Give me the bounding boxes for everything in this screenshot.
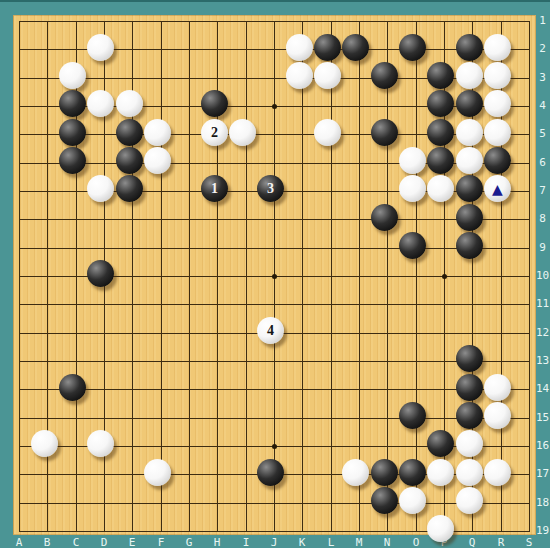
go-board-frame: ABCDEFGHIJKLMNOPQRS123456789101112131415… [0, 0, 550, 548]
stone-black-Q7[interactable] [456, 175, 483, 202]
stone-white-R15[interactable] [484, 402, 511, 429]
stone-black-O9[interactable] [399, 232, 426, 259]
stone-white-Q5[interactable] [456, 119, 483, 146]
column-label-R: R [493, 536, 509, 548]
stone-black-O15[interactable] [399, 402, 426, 429]
stone-white-Q16[interactable] [456, 430, 483, 457]
stone-black-L2[interactable] [314, 34, 341, 61]
row-label-6: 6 [535, 157, 550, 169]
row-label-14: 14 [535, 383, 550, 395]
stone-white-L3[interactable] [314, 62, 341, 89]
column-label-B: B [39, 536, 55, 548]
grid-line-horizontal [19, 389, 530, 390]
row-label-9: 9 [535, 242, 550, 254]
move-number-label: 3 [267, 182, 274, 196]
grid-line-vertical [359, 21, 360, 532]
row-label-1: 1 [535, 15, 550, 27]
stone-white-M17[interactable] [342, 459, 369, 486]
move-number-label: 4 [267, 324, 274, 338]
row-label-15: 15 [535, 412, 550, 424]
stone-white-R5[interactable] [484, 119, 511, 146]
stone-white-R4[interactable] [484, 90, 511, 117]
move-number-label: 1 [211, 182, 218, 196]
stone-white-O18[interactable] [399, 487, 426, 514]
stone-white-R3[interactable] [484, 62, 511, 89]
row-label-16: 16 [535, 440, 550, 452]
stone-white-D4[interactable] [87, 90, 114, 117]
stone-black-Q14[interactable] [456, 374, 483, 401]
row-label-3: 3 [535, 72, 550, 84]
stone-white-Q6[interactable] [456, 147, 483, 174]
stone-black-J17[interactable] [257, 459, 284, 486]
triangle-marker-icon: ▲ [492, 182, 503, 196]
stone-black-Q13[interactable] [456, 345, 483, 372]
row-label-12: 12 [535, 327, 550, 339]
column-label-J: J [266, 536, 282, 548]
row-label-13: 13 [535, 355, 550, 367]
stone-black-C4[interactable] [59, 90, 86, 117]
stone-white-I5[interactable] [229, 119, 256, 146]
stone-black-Q9[interactable] [456, 232, 483, 259]
stone-white-R17[interactable] [484, 459, 511, 486]
stone-white-R14[interactable] [484, 374, 511, 401]
grid-line-vertical [387, 21, 388, 532]
stone-white-B16[interactable] [31, 430, 58, 457]
stone-white-D2[interactable] [87, 34, 114, 61]
star-point [272, 104, 277, 109]
stone-black-O17[interactable] [399, 459, 426, 486]
grid-line-vertical [302, 21, 303, 532]
stone-white-H5[interactable]: 2 [201, 119, 228, 146]
column-label-E: E [124, 536, 140, 548]
grid-line-vertical [529, 21, 530, 532]
column-label-N: N [379, 536, 395, 548]
row-label-10: 10 [535, 270, 550, 282]
row-label-18: 18 [535, 497, 550, 509]
stone-white-Q3[interactable] [456, 62, 483, 89]
stone-black-N18[interactable] [371, 487, 398, 514]
column-label-F: F [153, 536, 169, 548]
column-label-O: O [408, 536, 424, 548]
row-label-5: 5 [535, 128, 550, 140]
stone-white-P7[interactable] [427, 175, 454, 202]
stone-white-Q17[interactable] [456, 459, 483, 486]
stone-white-Q18[interactable] [456, 487, 483, 514]
stone-white-K3[interactable] [286, 62, 313, 89]
stone-black-Q15[interactable] [456, 402, 483, 429]
move-number-label: 2 [211, 126, 218, 140]
stone-white-J12[interactable]: 4 [257, 317, 284, 344]
column-label-D: D [96, 536, 112, 548]
stone-black-P5[interactable] [427, 119, 454, 146]
row-label-11: 11 [535, 298, 550, 310]
stone-black-Q4[interactable] [456, 90, 483, 117]
star-point [442, 274, 447, 279]
stone-black-P16[interactable] [427, 430, 454, 457]
row-label-8: 8 [535, 213, 550, 225]
stone-white-O7[interactable] [399, 175, 426, 202]
column-label-I: I [238, 536, 254, 548]
stone-white-P19[interactable] [427, 515, 454, 542]
stone-black-N17[interactable] [371, 459, 398, 486]
stone-white-F5[interactable] [144, 119, 171, 146]
stone-black-Q2[interactable] [456, 34, 483, 61]
stone-black-E5[interactable] [116, 119, 143, 146]
row-label-19: 19 [535, 525, 550, 537]
stone-white-L5[interactable] [314, 119, 341, 146]
grid-line-vertical [331, 21, 332, 532]
row-label-2: 2 [535, 43, 550, 55]
stone-white-R7[interactable]: ▲ [484, 175, 511, 202]
stone-black-N5[interactable] [371, 119, 398, 146]
grid-line-vertical [416, 21, 417, 532]
column-label-G: G [181, 536, 197, 548]
stone-black-P3[interactable] [427, 62, 454, 89]
stone-black-O2[interactable] [399, 34, 426, 61]
stone-white-O6[interactable] [399, 147, 426, 174]
column-label-S: S [521, 536, 537, 548]
row-label-4: 4 [535, 100, 550, 112]
grid-line-horizontal [19, 503, 530, 504]
stone-black-Q8[interactable] [456, 204, 483, 231]
stone-black-P4[interactable] [427, 90, 454, 117]
stone-black-J7[interactable]: 3 [257, 175, 284, 202]
stone-black-M2[interactable] [342, 34, 369, 61]
stone-white-F6[interactable] [144, 147, 171, 174]
column-label-C: C [68, 536, 84, 548]
star-point [272, 274, 277, 279]
stone-black-N8[interactable] [371, 204, 398, 231]
star-point [272, 444, 277, 449]
stone-white-C3[interactable] [59, 62, 86, 89]
grid-line-horizontal [19, 418, 530, 419]
stone-black-H7[interactable]: 1 [201, 175, 228, 202]
stone-black-E7[interactable] [116, 175, 143, 202]
row-label-7: 7 [535, 185, 550, 197]
stone-black-C14[interactable] [59, 374, 86, 401]
grid-line-horizontal [19, 304, 530, 305]
stone-black-H4[interactable] [201, 90, 228, 117]
column-label-H: H [209, 536, 225, 548]
stone-black-E6[interactable] [116, 147, 143, 174]
stone-white-D16[interactable] [87, 430, 114, 457]
row-label-17: 17 [535, 468, 550, 480]
stone-white-P17[interactable] [427, 459, 454, 486]
column-label-L: L [323, 536, 339, 548]
stone-white-F17[interactable] [144, 459, 171, 486]
column-label-A: A [11, 536, 27, 548]
stone-black-C5[interactable] [59, 119, 86, 146]
column-label-M: M [351, 536, 367, 548]
column-label-K: K [294, 536, 310, 548]
stone-black-N3[interactable] [371, 62, 398, 89]
grid-line-horizontal [19, 361, 530, 362]
column-label-Q: Q [464, 536, 480, 548]
stone-white-E4[interactable] [116, 90, 143, 117]
stone-white-R2[interactable] [484, 34, 511, 61]
stone-black-R6[interactable] [484, 147, 511, 174]
stone-black-D10[interactable] [87, 260, 114, 287]
stone-white-K2[interactable] [286, 34, 313, 61]
stone-black-C6[interactable] [59, 147, 86, 174]
stone-white-D7[interactable] [87, 175, 114, 202]
stone-black-P6[interactable] [427, 147, 454, 174]
